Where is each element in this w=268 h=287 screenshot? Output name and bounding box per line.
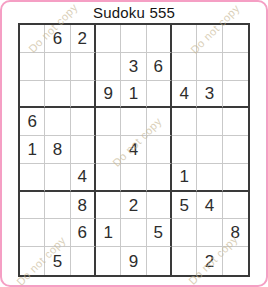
cell-r1c5[interactable] [121, 25, 146, 53]
cell-r9c8[interactable]: 2 [197, 247, 222, 275]
cell-r4c8[interactable] [197, 108, 222, 136]
cell-r9c7[interactable] [172, 247, 197, 275]
cell-r2c6[interactable]: 6 [147, 53, 172, 81]
cell-r5c9[interactable] [223, 136, 248, 164]
cell-r9c5[interactable]: 9 [121, 247, 146, 275]
cell-r4c4[interactable] [96, 108, 121, 136]
cell-r9c4[interactable] [96, 247, 121, 275]
cell-r3c8[interactable]: 3 [197, 81, 222, 109]
cell-r7c9[interactable] [223, 192, 248, 220]
cell-r3c7[interactable]: 4 [172, 81, 197, 109]
sudoku-grid: 6236914361844182546158592 [18, 23, 250, 277]
cell-r5c6[interactable] [147, 136, 172, 164]
cell-r4c3[interactable] [71, 108, 96, 136]
cell-r8c8[interactable] [197, 219, 222, 247]
cell-r5c1[interactable]: 1 [20, 136, 45, 164]
cell-r6c4[interactable] [96, 164, 121, 192]
cell-r4c7[interactable] [172, 108, 197, 136]
cell-r3c5[interactable]: 1 [121, 81, 146, 109]
cell-r6c6[interactable] [147, 164, 172, 192]
cell-r7c3[interactable]: 8 [71, 192, 96, 220]
cell-r7c7[interactable]: 5 [172, 192, 197, 220]
cell-r2c3[interactable] [71, 53, 96, 81]
cell-r6c8[interactable] [197, 164, 222, 192]
cell-r1c7[interactable] [172, 25, 197, 53]
cell-r1c3[interactable]: 2 [71, 25, 96, 53]
cell-r2c8[interactable] [197, 53, 222, 81]
cell-r3c3[interactable] [71, 81, 96, 109]
cell-r3c6[interactable] [147, 81, 172, 109]
sudoku-page: Sudoku 555 6236914361844182546158592 Do … [0, 0, 268, 287]
cell-r8c9[interactable]: 8 [223, 219, 248, 247]
cell-r2c1[interactable] [20, 53, 45, 81]
cell-r4c2[interactable] [45, 108, 70, 136]
cell-r1c8[interactable] [197, 25, 222, 53]
cell-r8c5[interactable] [121, 219, 146, 247]
cell-r9c1[interactable] [20, 247, 45, 275]
cell-r6c5[interactable] [121, 164, 146, 192]
cell-r8c6[interactable]: 5 [147, 219, 172, 247]
cell-r8c1[interactable] [20, 219, 45, 247]
cell-r7c1[interactable] [20, 192, 45, 220]
cell-r7c4[interactable] [96, 192, 121, 220]
cell-r5c4[interactable] [96, 136, 121, 164]
cell-r5c3[interactable] [71, 136, 96, 164]
cell-r5c8[interactable] [197, 136, 222, 164]
cell-r2c5[interactable]: 3 [121, 53, 146, 81]
cell-r1c1[interactable] [20, 25, 45, 53]
cell-r9c6[interactable] [147, 247, 172, 275]
cell-r5c2[interactable]: 8 [45, 136, 70, 164]
cell-r6c1[interactable] [20, 164, 45, 192]
cell-r7c6[interactable] [147, 192, 172, 220]
cell-r5c5[interactable]: 4 [121, 136, 146, 164]
cell-r2c4[interactable] [96, 53, 121, 81]
cell-r7c8[interactable]: 4 [197, 192, 222, 220]
cell-r6c2[interactable] [45, 164, 70, 192]
cell-r3c9[interactable] [223, 81, 248, 109]
cell-r3c1[interactable] [20, 81, 45, 109]
cell-r1c2[interactable]: 6 [45, 25, 70, 53]
cell-r1c4[interactable] [96, 25, 121, 53]
cell-r1c6[interactable] [147, 25, 172, 53]
cell-r8c3[interactable]: 6 [71, 219, 96, 247]
cell-r1c9[interactable] [223, 25, 248, 53]
cell-r2c2[interactable] [45, 53, 70, 81]
cell-r7c5[interactable]: 2 [121, 192, 146, 220]
cell-r2c9[interactable] [223, 53, 248, 81]
cell-r3c4[interactable]: 9 [96, 81, 121, 109]
cell-r3c2[interactable] [45, 81, 70, 109]
cell-r4c5[interactable] [121, 108, 146, 136]
cell-r4c1[interactable]: 6 [20, 108, 45, 136]
cell-r9c3[interactable] [71, 247, 96, 275]
puzzle-title: Sudoku 555 [2, 4, 266, 21]
cell-r6c9[interactable] [223, 164, 248, 192]
cell-r2c7[interactable] [172, 53, 197, 81]
cell-r4c6[interactable] [147, 108, 172, 136]
cell-r5c7[interactable] [172, 136, 197, 164]
cell-r9c2[interactable]: 5 [45, 247, 70, 275]
cell-r8c2[interactable] [45, 219, 70, 247]
cell-r4c9[interactable] [223, 108, 248, 136]
cell-r7c2[interactable] [45, 192, 70, 220]
cell-r6c7[interactable]: 1 [172, 164, 197, 192]
cell-r6c3[interactable]: 4 [71, 164, 96, 192]
cell-r8c7[interactable] [172, 219, 197, 247]
cell-r9c9[interactable] [223, 247, 248, 275]
cell-r8c4[interactable]: 1 [96, 219, 121, 247]
